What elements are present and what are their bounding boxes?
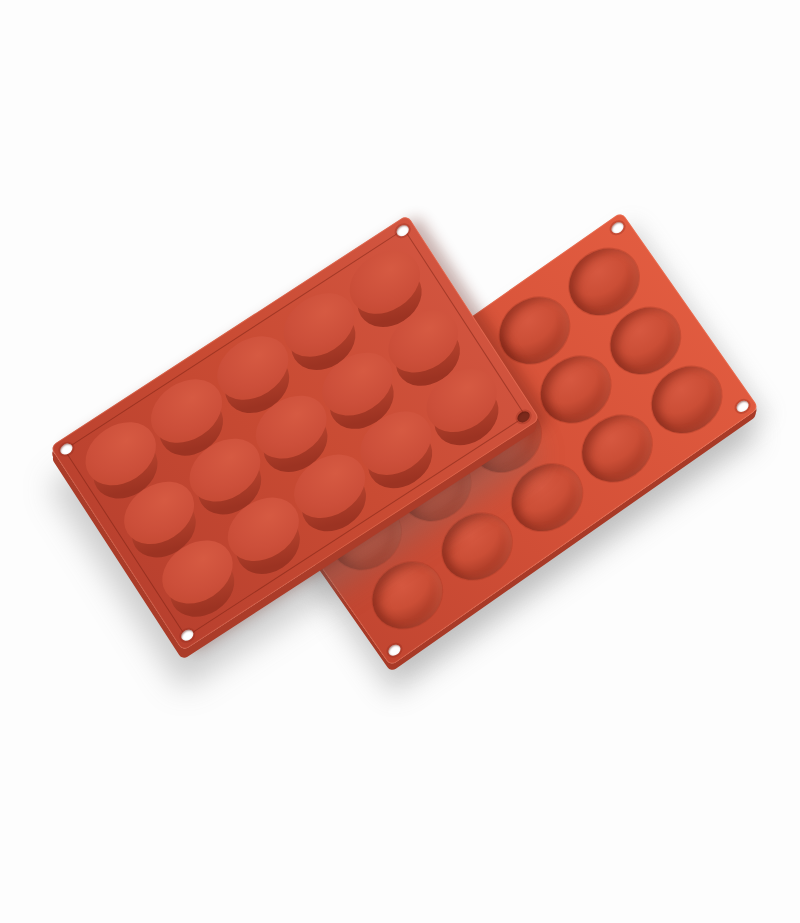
stage <box>0 0 800 923</box>
